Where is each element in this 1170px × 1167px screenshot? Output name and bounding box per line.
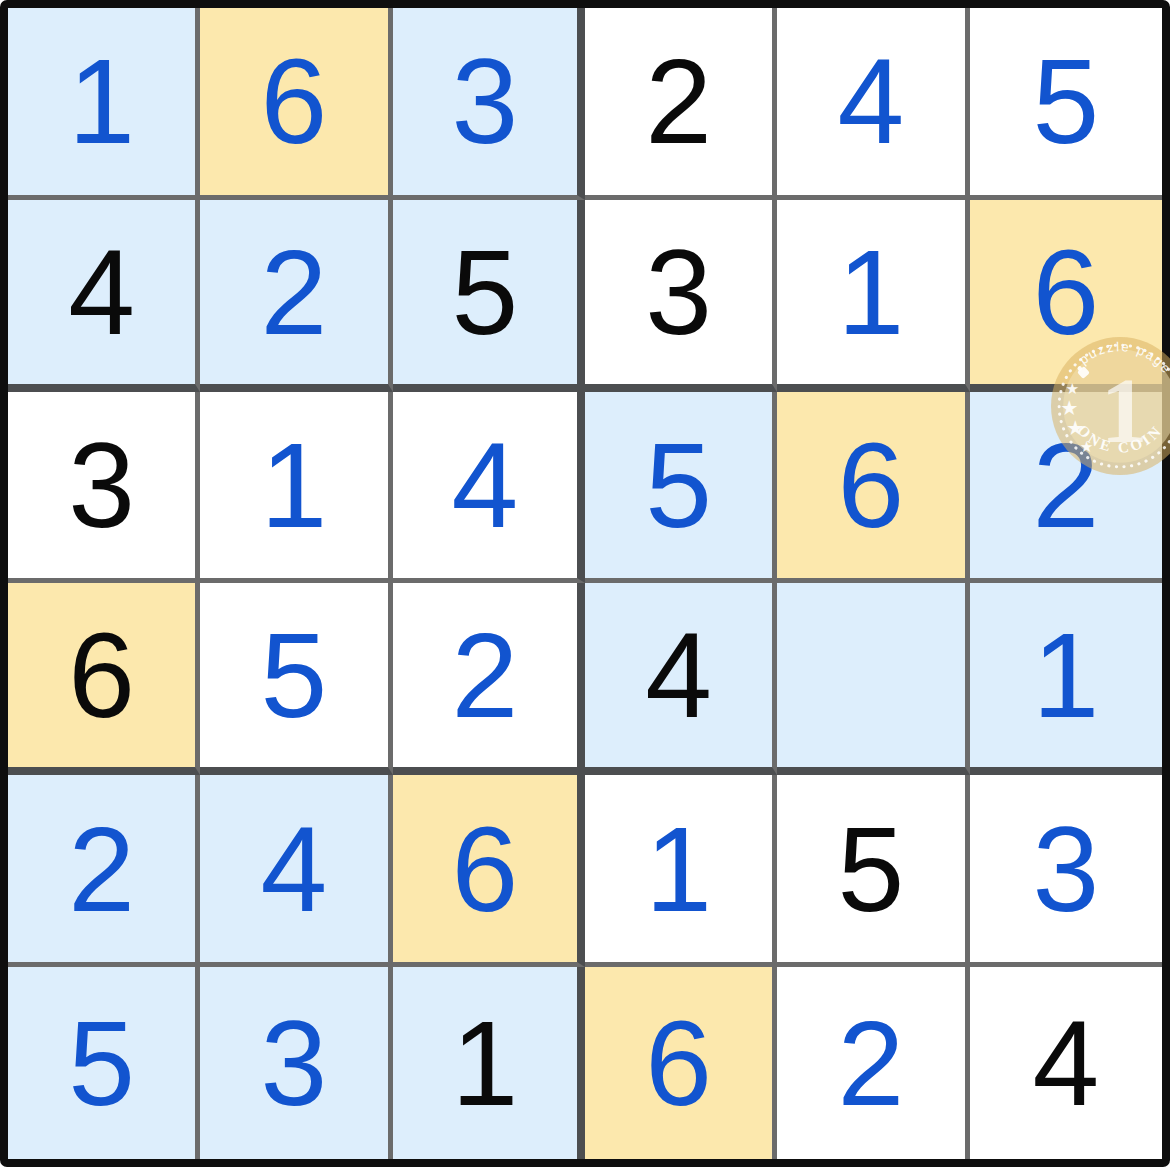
cell-r2c4[interactable]: 3 xyxy=(585,200,777,392)
cell-r4c3[interactable]: 2 xyxy=(393,583,585,775)
cell-r5c3[interactable]: 6 xyxy=(393,775,585,967)
cell-r5c1[interactable]: 2 xyxy=(8,775,200,967)
cell-r4c5[interactable] xyxy=(777,583,969,775)
cell-r1c2[interactable]: 6 xyxy=(200,8,392,200)
cell-r2c3[interactable]: 5 xyxy=(393,200,585,392)
cell-r1c5[interactable]: 4 xyxy=(777,8,969,200)
cell-r6c5[interactable]: 2 xyxy=(777,967,969,1159)
cell-r2c1[interactable]: 4 xyxy=(8,200,200,392)
cell-r4c2[interactable]: 5 xyxy=(200,583,392,775)
cell-r2c2[interactable]: 2 xyxy=(200,200,392,392)
cell-r3c4[interactable]: 5 xyxy=(585,392,777,584)
cell-r4c6[interactable]: 1 xyxy=(970,583,1162,775)
cell-r6c4[interactable]: 6 xyxy=(585,967,777,1159)
cell-r5c6[interactable]: 3 xyxy=(970,775,1162,967)
cell-r1c1[interactable]: 1 xyxy=(8,8,200,200)
cell-r6c2[interactable]: 3 xyxy=(200,967,392,1159)
cell-r6c1[interactable]: 5 xyxy=(8,967,200,1159)
cell-r2c5[interactable]: 1 xyxy=(777,200,969,392)
cell-r3c5[interactable]: 6 xyxy=(777,392,969,584)
cell-r3c3[interactable]: 4 xyxy=(393,392,585,584)
cell-r3c6[interactable]: 2 xyxy=(970,392,1162,584)
cell-r3c2[interactable]: 1 xyxy=(200,392,392,584)
cell-r1c4[interactable]: 2 xyxy=(585,8,777,200)
cell-r4c4[interactable]: 4 xyxy=(585,583,777,775)
cell-r5c4[interactable]: 1 xyxy=(585,775,777,967)
cell-r6c3[interactable]: 1 xyxy=(393,967,585,1159)
cell-r1c6[interactable]: 5 xyxy=(970,8,1162,200)
cell-r5c2[interactable]: 4 xyxy=(200,775,392,967)
cell-r3c1[interactable]: 3 xyxy=(8,392,200,584)
cell-r2c6[interactable]: 6 xyxy=(970,200,1162,392)
sudoku-board: 16324542531631456265241246153531624 xyxy=(0,0,1170,1167)
cell-r4c1[interactable]: 6 xyxy=(8,583,200,775)
cell-r1c3[interactable]: 3 xyxy=(393,8,585,200)
cell-r6c6[interactable]: 4 xyxy=(970,967,1162,1159)
cell-r5c5[interactable]: 5 xyxy=(777,775,969,967)
